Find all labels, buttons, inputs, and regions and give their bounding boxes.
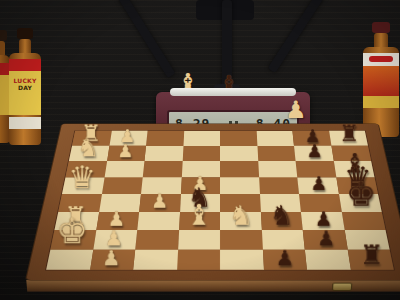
square-a6: [256, 131, 294, 146]
square-h1: [46, 249, 93, 269]
square-c3: [143, 161, 182, 177]
square-a3: [146, 131, 184, 146]
square-h5: [220, 249, 263, 269]
square-f6: ♞: [260, 212, 302, 230]
black-pawn-a7: ♟: [304, 127, 320, 145]
square-c7: [296, 161, 336, 177]
chessboard-scene: ♜♟♟♜♞♟♟♝♛♟♟♛♟♞♚♜♟♝♞♞♟♚♟♟♟♟♜: [46, 44, 394, 300]
chessboard: ♜♟♟♜♞♟♟♝♛♟♟♛♟♞♚♜♟♝♞♞♟♚♟♟♟♟♜: [26, 124, 400, 280]
black-king-e8: ♚: [346, 177, 376, 211]
square-g8: [344, 230, 389, 249]
square-a5: [220, 131, 257, 146]
white-pawn-a2: ♟: [120, 127, 136, 145]
black-pawn-d7: ♟: [310, 174, 327, 193]
square-b1: ♞: [69, 146, 109, 161]
white-pawn-b2: ♟: [118, 142, 134, 160]
square-f4: ♝: [179, 212, 220, 230]
square-g4: [178, 230, 220, 249]
white-pawn-h2: ♟: [102, 248, 121, 269]
square-c5: [220, 161, 259, 177]
square-f5: ♞: [220, 212, 261, 230]
square-d7: ♟: [297, 177, 338, 194]
square-h3: [133, 249, 178, 269]
square-d6: [259, 177, 299, 194]
black-pawn-b7: ♟: [306, 142, 322, 160]
square-a8: ♜: [329, 131, 368, 146]
square-h6: ♟: [262, 249, 307, 269]
black-knight-e4: ♞: [188, 184, 212, 211]
square-h8: ♜: [347, 249, 394, 269]
square-b8: [331, 146, 371, 161]
board-front-edge: [26, 280, 400, 292]
square-f2: ♟: [96, 212, 139, 230]
square-g7: ♟: [303, 230, 347, 249]
bottle-lucky-day: LUCKY DAY: [9, 28, 41, 145]
square-c1: [66, 161, 107, 177]
square-c8: ♝: [333, 161, 374, 177]
square-g5: [220, 230, 262, 249]
square-e4: ♞: [180, 194, 220, 212]
square-d3: [141, 177, 181, 194]
square-h7: [305, 249, 351, 269]
broadcast-scene: LUCKY DAY ♝ ♝ 8.29 8.40 ♟ ♜♟♟♜♞♟♟♝♛♟♟♛: [0, 0, 400, 300]
square-h4: [177, 249, 220, 269]
square-b4: [182, 146, 220, 161]
square-d4: ♟: [181, 177, 221, 194]
square-h2: ♟: [90, 249, 136, 269]
square-f1: ♜: [54, 212, 98, 230]
square-b3: [144, 146, 183, 161]
square-b7: ♟: [294, 146, 333, 161]
square-f7: ♟: [301, 212, 344, 230]
square-e7: [299, 194, 341, 212]
square-c4: [181, 161, 220, 177]
square-b2: ♟: [107, 146, 146, 161]
square-c2: [104, 161, 144, 177]
bottle-label-line2: DAY: [9, 84, 41, 91]
white-rook-a1: ♜: [81, 122, 101, 144]
square-e1: [58, 194, 101, 212]
square-e3: ♟: [139, 194, 180, 212]
board-squares: ♜♟♟♜♞♟♟♝♛♟♟♛♟♞♚♜♟♝♞♞♟♚♟♟♟♟♜: [45, 130, 395, 270]
square-g1: ♚: [50, 230, 95, 249]
square-a4: [183, 131, 220, 146]
square-e6: [260, 194, 301, 212]
square-d2: [102, 177, 143, 194]
square-d5: [220, 177, 260, 194]
square-d1: ♛: [62, 177, 104, 194]
black-pawn-h6: ♟: [276, 248, 295, 269]
white-pawn-g2: ♟: [105, 228, 123, 248]
square-e5: [220, 194, 260, 212]
square-c6: [258, 161, 297, 177]
black-rook-a8: ♜: [339, 122, 359, 144]
black-pawn-g7: ♟: [317, 228, 335, 248]
white-pawn-e3: ♟: [151, 191, 168, 210]
square-f3: [137, 212, 179, 230]
square-f8: [341, 212, 385, 230]
square-a2: ♟: [109, 131, 148, 146]
square-g2: ♟: [93, 230, 137, 249]
white-pawn-d4: ♟: [192, 174, 209, 193]
bottle-label-line1: LUCKY: [9, 77, 41, 84]
black-pawn-f7: ♟: [314, 209, 332, 229]
square-e2: [99, 194, 141, 212]
square-b6: [257, 146, 296, 161]
square-a1: ♜: [72, 131, 111, 146]
white-pawn-f2: ♟: [108, 209, 126, 229]
square-b5: [220, 146, 258, 161]
square-a7: ♟: [292, 131, 331, 146]
square-g6: [261, 230, 304, 249]
square-d8: ♛: [336, 177, 378, 194]
board-brass-clasp: [332, 283, 352, 291]
square-g3: [135, 230, 178, 249]
square-e8: ♚: [339, 194, 382, 212]
